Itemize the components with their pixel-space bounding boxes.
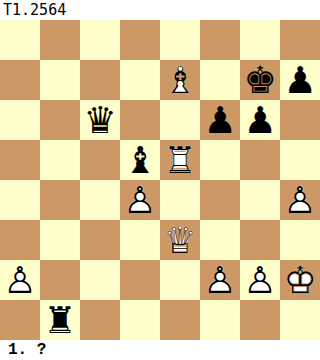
square-a1[interactable] (0, 300, 40, 340)
square-b7[interactable] (40, 60, 80, 100)
black-pawn[interactable]: ♟ (280, 60, 320, 100)
square-a2[interactable]: ♟♙ (0, 260, 40, 300)
square-h3[interactable] (280, 220, 320, 260)
square-c8[interactable] (80, 20, 120, 60)
square-c7[interactable] (80, 60, 120, 100)
square-b1[interactable]: ♜ (40, 300, 80, 340)
square-d2[interactable] (120, 260, 160, 300)
square-h5[interactable] (280, 140, 320, 180)
square-e4[interactable] (160, 180, 200, 220)
square-g5[interactable] (240, 140, 280, 180)
square-f8[interactable] (200, 20, 240, 60)
square-e2[interactable] (160, 260, 200, 300)
piece-outline: ♙ (120, 180, 160, 220)
square-b2[interactable] (40, 260, 80, 300)
square-c3[interactable] (80, 220, 120, 260)
white-bishop[interactable]: ♝♗ (160, 60, 200, 100)
white-pawn[interactable]: ♟♙ (280, 180, 320, 220)
square-e3[interactable]: ♛♕ (160, 220, 200, 260)
piece-outline: ♙ (0, 260, 40, 300)
square-b6[interactable] (40, 100, 80, 140)
black-king[interactable]: ♚ (240, 60, 280, 100)
chess-board: ♝♗♚♟♛♟♟♝♜♖♟♙♟♙♛♕♟♙♟♙♟♙♚♔♜ (0, 20, 320, 340)
piece-outline: ♔ (280, 260, 320, 300)
square-d8[interactable] (120, 20, 160, 60)
square-g2[interactable]: ♟♙ (240, 260, 280, 300)
white-pawn[interactable]: ♟♙ (120, 180, 160, 220)
square-b3[interactable] (40, 220, 80, 260)
square-h8[interactable] (280, 20, 320, 60)
square-a7[interactable] (0, 60, 40, 100)
square-f6[interactable]: ♟ (200, 100, 240, 140)
square-g6[interactable]: ♟ (240, 100, 280, 140)
black-pawn[interactable]: ♟ (240, 100, 280, 140)
square-a5[interactable] (0, 140, 40, 180)
title-bar: T1.2564 (0, 0, 320, 20)
square-c5[interactable] (80, 140, 120, 180)
square-b8[interactable] (40, 20, 80, 60)
square-h6[interactable] (280, 100, 320, 140)
square-d4[interactable]: ♟♙ (120, 180, 160, 220)
square-a6[interactable] (0, 100, 40, 140)
square-g7[interactable]: ♚ (240, 60, 280, 100)
square-c6[interactable]: ♛ (80, 100, 120, 140)
square-d7[interactable] (120, 60, 160, 100)
square-a4[interactable] (0, 180, 40, 220)
black-bishop[interactable]: ♝ (120, 140, 160, 180)
square-f7[interactable] (200, 60, 240, 100)
square-f2[interactable]: ♟♙ (200, 260, 240, 300)
square-a8[interactable] (0, 20, 40, 60)
square-d5[interactable]: ♝ (120, 140, 160, 180)
square-b5[interactable] (40, 140, 80, 180)
piece-outline: ♗ (160, 60, 200, 100)
square-f5[interactable] (200, 140, 240, 180)
black-queen[interactable]: ♛ (80, 100, 120, 140)
square-g8[interactable] (240, 20, 280, 60)
black-rook[interactable]: ♜ (40, 300, 80, 340)
square-f1[interactable] (200, 300, 240, 340)
square-e7[interactable]: ♝♗ (160, 60, 200, 100)
piece-outline: ♙ (200, 260, 240, 300)
square-c4[interactable] (80, 180, 120, 220)
square-e6[interactable] (160, 100, 200, 140)
square-e5[interactable]: ♜♖ (160, 140, 200, 180)
square-d3[interactable] (120, 220, 160, 260)
square-h2[interactable]: ♚♔ (280, 260, 320, 300)
piece-outline: ♙ (240, 260, 280, 300)
status-bar: 1. ? (0, 340, 320, 360)
square-f4[interactable] (200, 180, 240, 220)
square-d6[interactable] (120, 100, 160, 140)
square-b4[interactable] (40, 180, 80, 220)
square-h4[interactable]: ♟♙ (280, 180, 320, 220)
square-g1[interactable] (240, 300, 280, 340)
square-h1[interactable] (280, 300, 320, 340)
piece-outline: ♙ (280, 180, 320, 220)
white-king[interactable]: ♚♔ (280, 260, 320, 300)
square-f3[interactable] (200, 220, 240, 260)
white-rook[interactable]: ♜♖ (160, 140, 200, 180)
square-a3[interactable] (0, 220, 40, 260)
white-pawn[interactable]: ♟♙ (200, 260, 240, 300)
puzzle-id: T1.2564 (3, 1, 66, 19)
white-pawn[interactable]: ♟♙ (240, 260, 280, 300)
square-g3[interactable] (240, 220, 280, 260)
square-g4[interactable] (240, 180, 280, 220)
black-pawn[interactable]: ♟ (200, 100, 240, 140)
piece-outline: ♕ (160, 220, 200, 260)
square-e1[interactable] (160, 300, 200, 340)
square-e8[interactable] (160, 20, 200, 60)
square-c2[interactable] (80, 260, 120, 300)
white-queen[interactable]: ♛♕ (160, 220, 200, 260)
move-prompt: 1. ? (8, 341, 46, 359)
square-c1[interactable] (80, 300, 120, 340)
square-d1[interactable] (120, 300, 160, 340)
piece-outline: ♖ (160, 140, 200, 180)
white-pawn[interactable]: ♟♙ (0, 260, 40, 300)
square-h7[interactable]: ♟ (280, 60, 320, 100)
